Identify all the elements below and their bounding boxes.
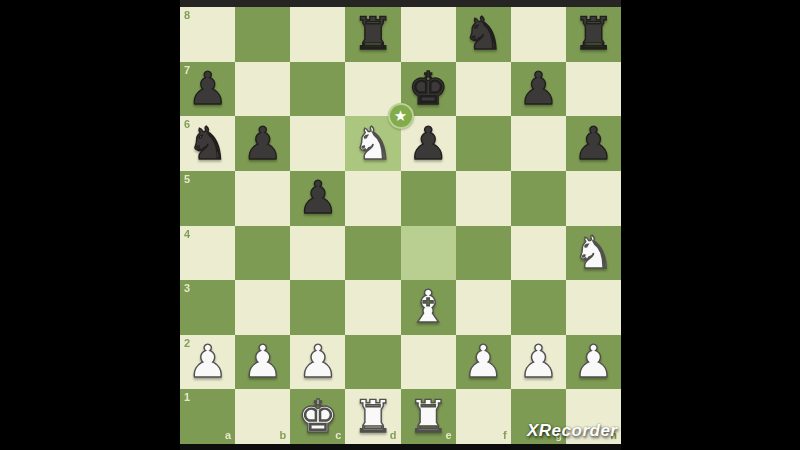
piece-black-pawn-b6[interactable]: ♟ xyxy=(243,117,283,171)
piece-white-knight-d6[interactable]: ♞ xyxy=(353,117,393,171)
square-d1[interactable]: d♜ xyxy=(345,389,400,444)
square-a1[interactable]: 1a xyxy=(180,389,235,444)
square-b2[interactable]: ♟ xyxy=(235,335,290,390)
square-e8[interactable] xyxy=(401,7,456,62)
square-f7[interactable] xyxy=(456,62,511,117)
square-c5[interactable]: ♟ xyxy=(290,171,345,226)
screen: ★ 8♜♞♜7♟♚♟6♞♟♞♟♟5♟4♞3♝2♟♟♟♟♟♟1abc♚d♜e♜fg… xyxy=(0,0,800,450)
square-c7[interactable] xyxy=(290,62,345,117)
square-e2[interactable] xyxy=(401,335,456,390)
square-d5[interactable] xyxy=(345,171,400,226)
piece-black-pawn-g7[interactable]: ♟ xyxy=(518,62,558,116)
square-a3[interactable]: 3 xyxy=(180,280,235,335)
piece-white-pawn-f2[interactable]: ♟ xyxy=(463,335,503,389)
square-b3[interactable] xyxy=(235,280,290,335)
square-b5[interactable] xyxy=(235,171,290,226)
square-g3[interactable] xyxy=(511,280,566,335)
file-label-f: f xyxy=(503,430,507,441)
square-f5[interactable] xyxy=(456,171,511,226)
square-a5[interactable]: 5 xyxy=(180,171,235,226)
square-h7[interactable] xyxy=(566,62,621,117)
square-g2[interactable]: ♟ xyxy=(511,335,566,390)
square-d8[interactable]: ♜ xyxy=(345,7,400,62)
rank-label-4: 4 xyxy=(184,229,190,240)
square-f2[interactable]: ♟ xyxy=(456,335,511,390)
rank-label-3: 3 xyxy=(184,283,190,294)
square-a2[interactable]: 2♟ xyxy=(180,335,235,390)
square-f1[interactable]: f xyxy=(456,389,511,444)
piece-white-pawn-h2[interactable]: ♟ xyxy=(573,335,613,389)
square-b6[interactable]: ♟ xyxy=(235,116,290,171)
square-d2[interactable] xyxy=(345,335,400,390)
piece-black-king-e7[interactable]: ♚ xyxy=(408,62,448,116)
piece-black-pawn-c5[interactable]: ♟ xyxy=(298,171,338,225)
square-g7[interactable]: ♟ xyxy=(511,62,566,117)
star-icon: ★ xyxy=(394,109,407,124)
square-a8[interactable]: 8 xyxy=(180,7,235,62)
square-h6[interactable]: ♟ xyxy=(566,116,621,171)
square-c2[interactable]: ♟ xyxy=(290,335,345,390)
board-column: ★ 8♜♞♜7♟♚♟6♞♟♞♟♟5♟4♞3♝2♟♟♟♟♟♟1abc♚d♜e♜fg… xyxy=(180,0,621,450)
rank-label-5: 5 xyxy=(184,174,190,185)
piece-black-pawn-h6[interactable]: ♟ xyxy=(573,117,613,171)
square-g8[interactable] xyxy=(511,7,566,62)
letterbox-right xyxy=(621,0,800,450)
square-c8[interactable] xyxy=(290,7,345,62)
rank-label-1: 1 xyxy=(184,392,190,403)
square-h2[interactable]: ♟ xyxy=(566,335,621,390)
square-h4[interactable]: ♞ xyxy=(566,226,621,281)
letterbox-left xyxy=(0,0,180,450)
square-c3[interactable] xyxy=(290,280,345,335)
square-f6[interactable] xyxy=(456,116,511,171)
square-g5[interactable] xyxy=(511,171,566,226)
xrecorder-watermark: XRecorder xyxy=(527,421,617,441)
piece-black-rook-d8[interactable]: ♜ xyxy=(353,7,393,61)
square-f4[interactable] xyxy=(456,226,511,281)
piece-white-pawn-a2[interactable]: ♟ xyxy=(187,335,227,389)
piece-white-rook-d1[interactable]: ♜ xyxy=(353,390,393,444)
piece-white-bishop-e3[interactable]: ♝ xyxy=(408,280,448,334)
piece-white-king-c1[interactable]: ♚ xyxy=(298,390,338,444)
square-c4[interactable] xyxy=(290,226,345,281)
square-a6[interactable]: 6♞ xyxy=(180,116,235,171)
piece-black-rook-h8[interactable]: ♜ xyxy=(573,7,613,61)
square-a7[interactable]: 7♟ xyxy=(180,62,235,117)
square-h5[interactable] xyxy=(566,171,621,226)
file-label-b: b xyxy=(280,430,287,441)
square-e3[interactable]: ♝ xyxy=(401,280,456,335)
square-b1[interactable]: b xyxy=(235,389,290,444)
square-c6[interactable] xyxy=(290,116,345,171)
piece-white-knight-h4[interactable]: ♞ xyxy=(573,226,613,280)
piece-black-knight-f8[interactable]: ♞ xyxy=(463,7,503,61)
square-g4[interactable] xyxy=(511,226,566,281)
best-move-star-badge: ★ xyxy=(388,103,414,129)
square-h8[interactable]: ♜ xyxy=(566,7,621,62)
piece-black-pawn-a7[interactable]: ♟ xyxy=(187,62,227,116)
file-label-a: a xyxy=(225,430,231,441)
square-e4[interactable] xyxy=(401,226,456,281)
piece-white-rook-e1[interactable]: ♜ xyxy=(408,390,448,444)
piece-white-pawn-g2[interactable]: ♟ xyxy=(518,335,558,389)
square-h3[interactable] xyxy=(566,280,621,335)
square-e5[interactable] xyxy=(401,171,456,226)
piece-white-pawn-b2[interactable]: ♟ xyxy=(243,335,283,389)
piece-white-pawn-c2[interactable]: ♟ xyxy=(298,335,338,389)
rank-label-8: 8 xyxy=(184,10,190,21)
square-f8[interactable]: ♞ xyxy=(456,7,511,62)
piece-black-pawn-e6[interactable]: ♟ xyxy=(408,117,448,171)
square-g6[interactable] xyxy=(511,116,566,171)
chess-board: ★ 8♜♞♜7♟♚♟6♞♟♞♟♟5♟4♞3♝2♟♟♟♟♟♟1abc♚d♜e♜fg… xyxy=(180,7,621,444)
square-b8[interactable] xyxy=(235,7,290,62)
square-a4[interactable]: 4 xyxy=(180,226,235,281)
top-strip xyxy=(180,0,621,7)
square-d3[interactable] xyxy=(345,280,400,335)
square-b7[interactable] xyxy=(235,62,290,117)
square-f3[interactable] xyxy=(456,280,511,335)
square-e1[interactable]: e♜ xyxy=(401,389,456,444)
square-c1[interactable]: c♚ xyxy=(290,389,345,444)
square-b4[interactable] xyxy=(235,226,290,281)
bottom-strip xyxy=(180,444,621,450)
square-d4[interactable] xyxy=(345,226,400,281)
piece-black-knight-a6[interactable]: ♞ xyxy=(187,117,227,171)
